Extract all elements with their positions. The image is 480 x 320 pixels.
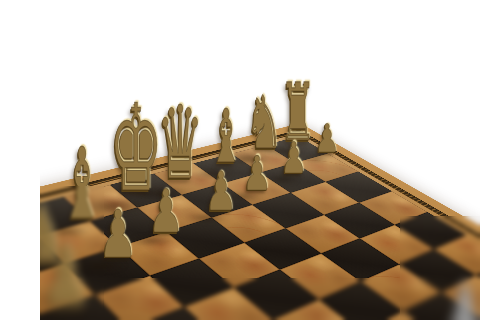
chess-photo-scene: Photograph of a metal chess set in the s…	[40, 16, 480, 320]
piece-white-pawn-d2[interactable]: ♟	[205, 165, 237, 219]
piece-white-pawn-g2[interactable]: ♟	[41, 234, 91, 318]
piece-white-pawn-a2[interactable]: ♟	[314, 120, 339, 159]
piece-white-bishop-f1[interactable]: ♝	[60, 134, 103, 232]
piece-white-pawn-b2[interactable]: ♟	[281, 137, 308, 181]
piece-black-pawn-b7[interactable]: ♟	[441, 277, 480, 320]
piece-white-pawn-e2[interactable]: ♟	[148, 181, 184, 241]
piece-white-pawn-c2[interactable]: ♟	[242, 149, 272, 197]
piece-white-pawn-f2[interactable]: ♟	[98, 201, 137, 267]
